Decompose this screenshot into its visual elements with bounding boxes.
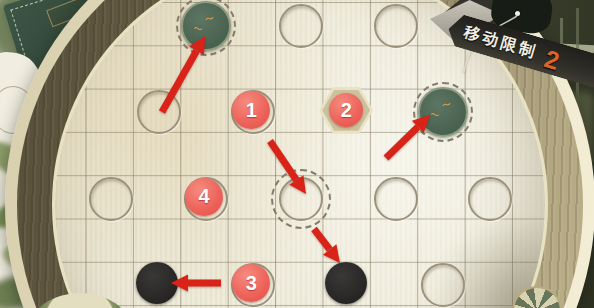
move-order-badge: 4 — [185, 178, 223, 216]
bird-icon: 〜 — [429, 111, 439, 121]
bird-icon: 〜 — [204, 14, 215, 25]
game-scene: 〜〜〜〜1234 移动限制 2 — [0, 0, 594, 308]
bird-icon: 〜 — [192, 24, 202, 34]
board-slot[interactable] — [468, 177, 512, 221]
board-slot[interactable] — [421, 263, 465, 307]
board-slot[interactable] — [374, 4, 418, 48]
black-stone-piece[interactable] — [325, 262, 367, 304]
move-limit-value: 2 — [541, 44, 563, 76]
dashed-target-ring — [271, 169, 331, 229]
green-bird-piece[interactable]: 〜〜 — [418, 87, 468, 137]
green-bird-piece[interactable]: 〜〜 — [181, 1, 231, 51]
tag-bead — [515, 11, 520, 16]
board-slot[interactable] — [374, 177, 418, 221]
board-slot[interactable] — [89, 177, 133, 221]
bird-icon: 〜 — [441, 100, 452, 111]
board-slot[interactable] — [279, 4, 323, 48]
board-slot[interactable] — [137, 90, 181, 134]
black-stone-piece[interactable] — [136, 262, 178, 304]
